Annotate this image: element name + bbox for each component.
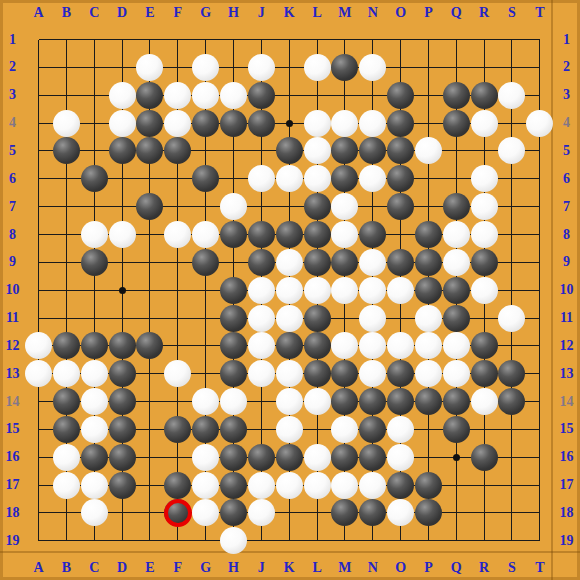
intersection-P9[interactable] [415, 248, 443, 276]
intersection-R1[interactable] [470, 26, 498, 54]
intersection-B9[interactable] [53, 248, 81, 276]
intersection-N13[interactable] [359, 360, 387, 388]
intersection-P18[interactable] [415, 499, 443, 527]
intersection-M15[interactable] [331, 416, 359, 444]
intersection-G17[interactable] [192, 471, 220, 499]
intersection-A17[interactable] [25, 471, 53, 499]
intersection-T16[interactable] [526, 443, 554, 471]
intersection-D8[interactable] [108, 221, 136, 249]
intersection-F9[interactable] [164, 248, 192, 276]
intersection-R6[interactable] [470, 165, 498, 193]
intersection-K11[interactable] [275, 304, 303, 332]
intersection-Q11[interactable] [442, 304, 470, 332]
intersection-R12[interactable] [470, 332, 498, 360]
intersection-T2[interactable] [526, 54, 554, 82]
intersection-D4[interactable] [108, 109, 136, 137]
intersection-M10[interactable] [331, 276, 359, 304]
intersection-G2[interactable] [192, 54, 220, 82]
intersection-P4[interactable] [415, 109, 443, 137]
intersection-S16[interactable] [498, 443, 526, 471]
intersection-J8[interactable] [247, 221, 275, 249]
intersection-P16[interactable] [415, 443, 443, 471]
intersection-F13[interactable] [164, 360, 192, 388]
intersection-M7[interactable] [331, 193, 359, 221]
intersection-H5[interactable] [220, 137, 248, 165]
intersection-A10[interactable] [25, 276, 53, 304]
intersection-L15[interactable] [303, 416, 331, 444]
intersection-R5[interactable] [470, 137, 498, 165]
intersection-L5[interactable] [303, 137, 331, 165]
intersection-O16[interactable] [387, 443, 415, 471]
intersection-K18[interactable] [275, 499, 303, 527]
intersection-K6[interactable] [275, 165, 303, 193]
intersection-O1[interactable] [387, 26, 415, 54]
intersection-H18[interactable] [220, 499, 248, 527]
intersection-G16[interactable] [192, 443, 220, 471]
intersection-R18[interactable] [470, 499, 498, 527]
intersection-M4[interactable] [331, 109, 359, 137]
intersection-H14[interactable] [220, 388, 248, 416]
intersection-F1[interactable] [164, 26, 192, 54]
intersection-P10[interactable] [415, 276, 443, 304]
intersection-A9[interactable] [25, 248, 53, 276]
intersection-J12[interactable] [247, 332, 275, 360]
intersection-Q6[interactable] [442, 165, 470, 193]
intersection-N15[interactable] [359, 416, 387, 444]
intersection-E1[interactable] [136, 26, 164, 54]
intersection-P6[interactable] [415, 165, 443, 193]
intersection-M13[interactable] [331, 360, 359, 388]
intersection-E4[interactable] [136, 109, 164, 137]
intersection-D12[interactable] [108, 332, 136, 360]
intersection-G1[interactable] [192, 26, 220, 54]
intersection-P14[interactable] [415, 388, 443, 416]
intersection-R10[interactable] [470, 276, 498, 304]
intersection-Q2[interactable] [442, 54, 470, 82]
intersection-T13[interactable] [526, 360, 554, 388]
intersection-J2[interactable] [247, 54, 275, 82]
intersection-F6[interactable] [164, 165, 192, 193]
intersection-A14[interactable] [25, 388, 53, 416]
intersection-A3[interactable] [25, 81, 53, 109]
intersection-N5[interactable] [359, 137, 387, 165]
intersection-M3[interactable] [331, 81, 359, 109]
intersection-S11[interactable] [498, 304, 526, 332]
intersection-P5[interactable] [415, 137, 443, 165]
intersection-L10[interactable] [303, 276, 331, 304]
intersection-N4[interactable] [359, 109, 387, 137]
intersection-N14[interactable] [359, 388, 387, 416]
intersection-M1[interactable] [331, 26, 359, 54]
intersection-C3[interactable] [80, 81, 108, 109]
intersection-Q14[interactable] [442, 388, 470, 416]
intersection-H16[interactable] [220, 443, 248, 471]
intersection-N10[interactable] [359, 276, 387, 304]
intersection-D10[interactable] [108, 276, 136, 304]
intersection-B17[interactable] [53, 471, 81, 499]
intersection-H11[interactable] [220, 304, 248, 332]
intersection-E9[interactable] [136, 248, 164, 276]
intersection-K14[interactable] [275, 388, 303, 416]
intersection-K5[interactable] [275, 137, 303, 165]
intersection-T15[interactable] [526, 416, 554, 444]
intersection-T17[interactable] [526, 471, 554, 499]
intersection-S17[interactable] [498, 471, 526, 499]
intersection-P7[interactable] [415, 193, 443, 221]
intersection-C11[interactable] [80, 304, 108, 332]
intersection-E5[interactable] [136, 137, 164, 165]
intersection-K3[interactable] [275, 81, 303, 109]
intersection-B5[interactable] [53, 137, 81, 165]
intersection-N1[interactable] [359, 26, 387, 54]
intersection-O13[interactable] [387, 360, 415, 388]
intersection-B16[interactable] [53, 443, 81, 471]
intersection-H9[interactable] [220, 248, 248, 276]
intersection-K15[interactable] [275, 416, 303, 444]
intersection-T14[interactable] [526, 388, 554, 416]
intersection-Q18[interactable] [442, 499, 470, 527]
intersection-K16[interactable] [275, 443, 303, 471]
intersection-O15[interactable] [387, 416, 415, 444]
intersection-K4[interactable] [275, 109, 303, 137]
intersection-H17[interactable] [220, 471, 248, 499]
intersection-K7[interactable] [275, 193, 303, 221]
intersection-Q8[interactable] [442, 221, 470, 249]
intersection-P13[interactable] [415, 360, 443, 388]
intersection-Q12[interactable] [442, 332, 470, 360]
intersection-L9[interactable] [303, 248, 331, 276]
intersection-C16[interactable] [80, 443, 108, 471]
intersection-Q4[interactable] [442, 109, 470, 137]
intersection-O3[interactable] [387, 81, 415, 109]
intersection-G6[interactable] [192, 165, 220, 193]
intersection-C8[interactable] [80, 221, 108, 249]
intersection-T11[interactable] [526, 304, 554, 332]
intersection-E14[interactable] [136, 388, 164, 416]
intersection-Q15[interactable] [442, 416, 470, 444]
intersection-R3[interactable] [470, 81, 498, 109]
intersection-L4[interactable] [303, 109, 331, 137]
intersection-C18[interactable] [80, 499, 108, 527]
intersection-L18[interactable] [303, 499, 331, 527]
intersection-E6[interactable] [136, 165, 164, 193]
intersection-Q5[interactable] [442, 137, 470, 165]
intersection-J16[interactable] [247, 443, 275, 471]
intersection-E16[interactable] [136, 443, 164, 471]
intersection-F4[interactable] [164, 109, 192, 137]
intersection-J14[interactable] [247, 388, 275, 416]
intersection-D3[interactable] [108, 81, 136, 109]
intersection-O11[interactable] [387, 304, 415, 332]
intersection-R2[interactable] [470, 54, 498, 82]
intersection-A2[interactable] [25, 54, 53, 82]
intersection-G10[interactable] [192, 276, 220, 304]
intersection-T8[interactable] [526, 221, 554, 249]
intersection-Q16[interactable] [442, 443, 470, 471]
intersection-B7[interactable] [53, 193, 81, 221]
intersection-F7[interactable] [164, 193, 192, 221]
intersection-L6[interactable] [303, 165, 331, 193]
intersection-G7[interactable] [192, 193, 220, 221]
intersection-J15[interactable] [247, 416, 275, 444]
intersection-M2[interactable] [331, 54, 359, 82]
intersection-D2[interactable] [108, 54, 136, 82]
intersection-Q10[interactable] [442, 276, 470, 304]
intersection-C2[interactable] [80, 54, 108, 82]
intersection-F2[interactable] [164, 54, 192, 82]
intersection-M8[interactable] [331, 221, 359, 249]
intersection-P3[interactable] [415, 81, 443, 109]
intersection-F16[interactable] [164, 443, 192, 471]
intersection-B3[interactable] [53, 81, 81, 109]
intersection-T4[interactable] [526, 109, 554, 137]
intersection-G11[interactable] [192, 304, 220, 332]
intersection-N8[interactable] [359, 221, 387, 249]
intersection-P12[interactable] [415, 332, 443, 360]
intersection-Q9[interactable] [442, 248, 470, 276]
intersection-C10[interactable] [80, 276, 108, 304]
intersection-B2[interactable] [53, 54, 81, 82]
intersection-H3[interactable] [220, 81, 248, 109]
intersection-F8[interactable] [164, 221, 192, 249]
intersection-A15[interactable] [25, 416, 53, 444]
intersection-A18[interactable] [25, 499, 53, 527]
intersection-E8[interactable] [136, 221, 164, 249]
intersection-E13[interactable] [136, 360, 164, 388]
intersection-A16[interactable] [25, 443, 53, 471]
intersection-D14[interactable] [108, 388, 136, 416]
intersection-O9[interactable] [387, 248, 415, 276]
intersection-N11[interactable] [359, 304, 387, 332]
intersection-T10[interactable] [526, 276, 554, 304]
intersection-R13[interactable] [470, 360, 498, 388]
intersection-T3[interactable] [526, 81, 554, 109]
intersection-L3[interactable] [303, 81, 331, 109]
intersection-P15[interactable] [415, 416, 443, 444]
intersection-J3[interactable] [247, 81, 275, 109]
intersection-T18[interactable] [526, 499, 554, 527]
intersection-G9[interactable] [192, 248, 220, 276]
intersection-L12[interactable] [303, 332, 331, 360]
intersection-N3[interactable] [359, 81, 387, 109]
intersection-S1[interactable] [498, 26, 526, 54]
intersection-O10[interactable] [387, 276, 415, 304]
intersection-M16[interactable] [331, 443, 359, 471]
intersection-D15[interactable] [108, 416, 136, 444]
intersection-F3[interactable] [164, 81, 192, 109]
intersection-A4[interactable] [25, 109, 53, 137]
intersection-A6[interactable] [25, 165, 53, 193]
intersection-H10[interactable] [220, 276, 248, 304]
intersection-B13[interactable] [53, 360, 81, 388]
intersection-A11[interactable] [25, 304, 53, 332]
intersection-D18[interactable] [108, 499, 136, 527]
intersection-M12[interactable] [331, 332, 359, 360]
intersection-L13[interactable] [303, 360, 331, 388]
intersection-S4[interactable] [498, 109, 526, 137]
intersection-S6[interactable] [498, 165, 526, 193]
intersection-E3[interactable] [136, 81, 164, 109]
intersection-J10[interactable] [247, 276, 275, 304]
intersection-G12[interactable] [192, 332, 220, 360]
intersection-S12[interactable] [498, 332, 526, 360]
intersection-H12[interactable] [220, 332, 248, 360]
intersection-E11[interactable] [136, 304, 164, 332]
intersection-L8[interactable] [303, 221, 331, 249]
intersection-J6[interactable] [247, 165, 275, 193]
intersection-N16[interactable] [359, 443, 387, 471]
intersection-D9[interactable] [108, 248, 136, 276]
intersection-L16[interactable] [303, 443, 331, 471]
intersection-N9[interactable] [359, 248, 387, 276]
intersection-C12[interactable] [80, 332, 108, 360]
intersection-F12[interactable] [164, 332, 192, 360]
intersection-B6[interactable] [53, 165, 81, 193]
intersection-C9[interactable] [80, 248, 108, 276]
intersection-B11[interactable] [53, 304, 81, 332]
intersection-B15[interactable] [53, 416, 81, 444]
intersection-C4[interactable] [80, 109, 108, 137]
intersection-D16[interactable] [108, 443, 136, 471]
intersection-Q17[interactable] [442, 471, 470, 499]
intersection-B4[interactable] [53, 109, 81, 137]
intersection-N17[interactable] [359, 471, 387, 499]
intersection-D5[interactable] [108, 137, 136, 165]
intersection-N6[interactable] [359, 165, 387, 193]
intersection-O2[interactable] [387, 54, 415, 82]
intersection-C14[interactable] [80, 388, 108, 416]
intersection-G3[interactable] [192, 81, 220, 109]
intersection-O14[interactable] [387, 388, 415, 416]
intersection-O12[interactable] [387, 332, 415, 360]
intersection-B12[interactable] [53, 332, 81, 360]
intersection-M14[interactable] [331, 388, 359, 416]
intersection-T6[interactable] [526, 165, 554, 193]
intersection-J11[interactable] [247, 304, 275, 332]
intersection-N2[interactable] [359, 54, 387, 82]
intersection-J7[interactable] [247, 193, 275, 221]
intersection-B18[interactable] [53, 499, 81, 527]
intersection-A7[interactable] [25, 193, 53, 221]
intersection-G13[interactable] [192, 360, 220, 388]
intersection-D13[interactable] [108, 360, 136, 388]
intersection-H2[interactable] [220, 54, 248, 82]
intersection-B8[interactable] [53, 221, 81, 249]
intersection-H7[interactable] [220, 193, 248, 221]
intersection-H13[interactable] [220, 360, 248, 388]
intersection-H4[interactable] [220, 109, 248, 137]
intersection-J5[interactable] [247, 137, 275, 165]
intersection-E18[interactable] [136, 499, 164, 527]
intersection-A12[interactable] [25, 332, 53, 360]
intersection-G18[interactable] [192, 499, 220, 527]
intersection-G5[interactable] [192, 137, 220, 165]
intersection-S7[interactable] [498, 193, 526, 221]
intersection-J17[interactable] [247, 471, 275, 499]
intersection-O18[interactable] [387, 499, 415, 527]
intersection-K13[interactable] [275, 360, 303, 388]
intersection-O17[interactable] [387, 471, 415, 499]
intersection-T9[interactable] [526, 248, 554, 276]
intersection-H6[interactable] [220, 165, 248, 193]
intersection-K9[interactable] [275, 248, 303, 276]
intersection-C5[interactable] [80, 137, 108, 165]
intersection-O5[interactable] [387, 137, 415, 165]
intersection-J4[interactable] [247, 109, 275, 137]
intersection-D1[interactable] [108, 26, 136, 54]
intersection-K12[interactable] [275, 332, 303, 360]
intersection-S18[interactable] [498, 499, 526, 527]
intersection-Q7[interactable] [442, 193, 470, 221]
intersection-G4[interactable] [192, 109, 220, 137]
intersection-C13[interactable] [80, 360, 108, 388]
intersection-D11[interactable] [108, 304, 136, 332]
intersection-J13[interactable] [247, 360, 275, 388]
intersection-S13[interactable] [498, 360, 526, 388]
intersection-E12[interactable] [136, 332, 164, 360]
intersection-G14[interactable] [192, 388, 220, 416]
intersection-P17[interactable] [415, 471, 443, 499]
intersection-D17[interactable] [108, 471, 136, 499]
intersection-A8[interactable] [25, 221, 53, 249]
intersection-E15[interactable] [136, 416, 164, 444]
intersection-L1[interactable] [303, 26, 331, 54]
intersection-A5[interactable] [25, 137, 53, 165]
intersection-C15[interactable] [80, 416, 108, 444]
intersection-S5[interactable] [498, 137, 526, 165]
intersection-D7[interactable] [108, 193, 136, 221]
intersection-N18[interactable] [359, 499, 387, 527]
intersection-L17[interactable] [303, 471, 331, 499]
intersection-R4[interactable] [470, 109, 498, 137]
intersection-A1[interactable] [25, 26, 53, 54]
intersection-R8[interactable] [470, 221, 498, 249]
intersection-S15[interactable] [498, 416, 526, 444]
intersection-Q13[interactable] [442, 360, 470, 388]
intersection-S10[interactable] [498, 276, 526, 304]
intersection-O6[interactable] [387, 165, 415, 193]
intersection-P8[interactable] [415, 221, 443, 249]
intersection-H15[interactable] [220, 416, 248, 444]
intersection-M17[interactable] [331, 471, 359, 499]
intersection-S14[interactable] [498, 388, 526, 416]
intersection-A13[interactable] [25, 360, 53, 388]
intersection-P1[interactable] [415, 26, 443, 54]
intersection-M5[interactable] [331, 137, 359, 165]
intersection-T7[interactable] [526, 193, 554, 221]
intersection-C7[interactable] [80, 193, 108, 221]
intersection-R14[interactable] [470, 388, 498, 416]
intersection-C17[interactable] [80, 471, 108, 499]
intersection-F14[interactable] [164, 388, 192, 416]
intersection-N12[interactable] [359, 332, 387, 360]
intersection-B10[interactable] [53, 276, 81, 304]
intersection-F10[interactable] [164, 276, 192, 304]
intersection-D6[interactable] [108, 165, 136, 193]
intersection-K1[interactable] [275, 26, 303, 54]
intersection-G15[interactable] [192, 416, 220, 444]
intersection-R9[interactable] [470, 248, 498, 276]
intersection-F17[interactable] [164, 471, 192, 499]
intersection-Q3[interactable] [442, 81, 470, 109]
intersection-O4[interactable] [387, 109, 415, 137]
intersection-S2[interactable] [498, 54, 526, 82]
intersection-H8[interactable] [220, 221, 248, 249]
intersection-B14[interactable] [53, 388, 81, 416]
intersection-K8[interactable] [275, 221, 303, 249]
intersection-R17[interactable] [470, 471, 498, 499]
intersection-T1[interactable] [526, 26, 554, 54]
